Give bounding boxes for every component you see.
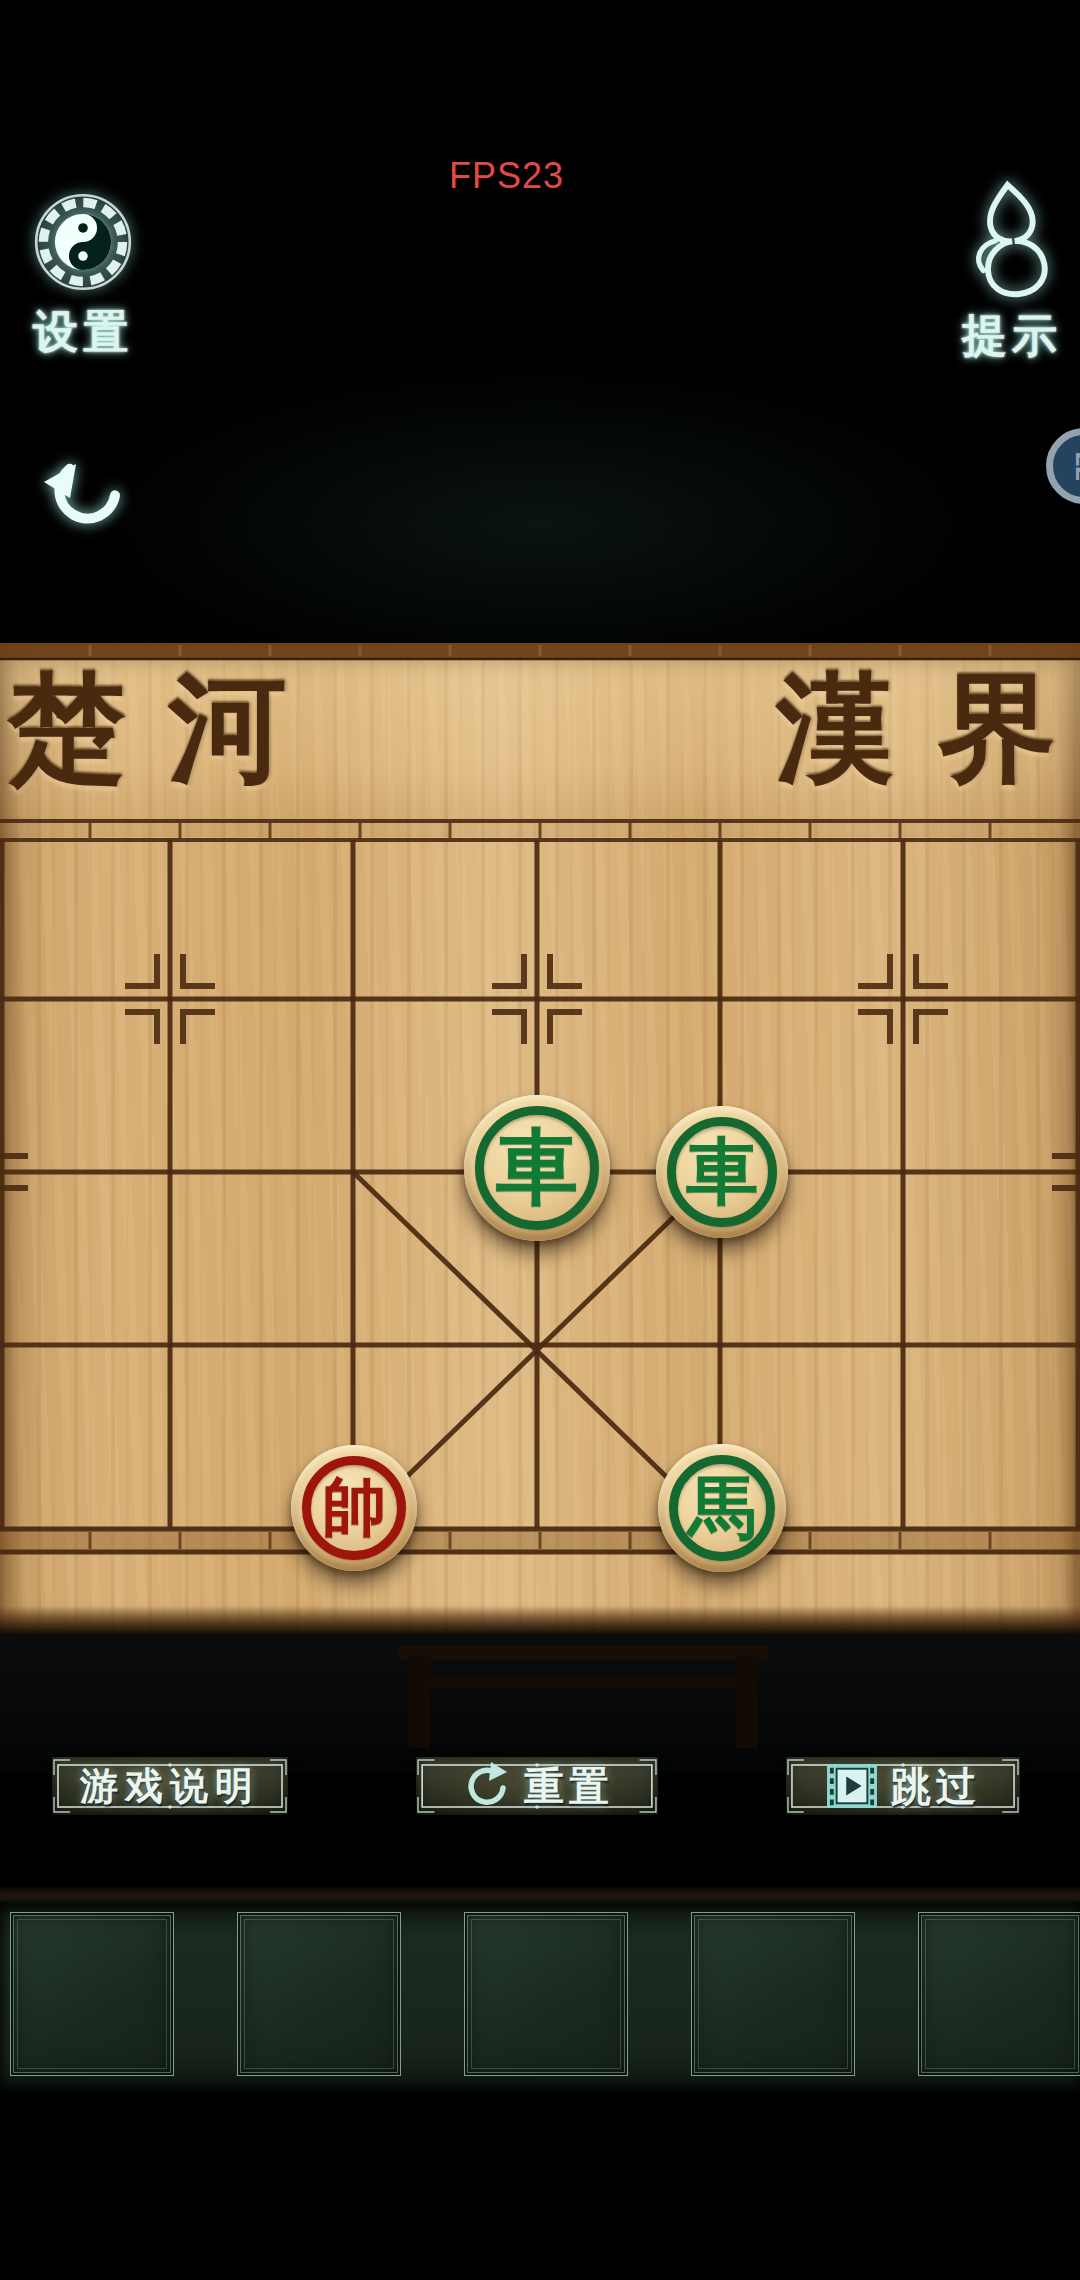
hint-label: 提示 bbox=[962, 306, 1062, 366]
piece-chariot-green-2[interactable]: 車 bbox=[656, 1106, 788, 1238]
inventory-slot[interactable] bbox=[691, 1912, 855, 2076]
table-stand-beam bbox=[398, 1646, 768, 1660]
reset-label: 重置 bbox=[524, 1759, 614, 1814]
hint-button[interactable]: 提示 bbox=[942, 180, 1080, 366]
inventory-slot[interactable] bbox=[918, 1912, 1080, 2076]
piece-chariot-green-1[interactable]: 車 bbox=[464, 1095, 610, 1241]
inventory-tray-edge bbox=[0, 1886, 1080, 1902]
game-help-button[interactable]: 游戏说明 bbox=[52, 1757, 288, 1815]
table-stand-beam-lower bbox=[420, 1676, 750, 1688]
piece-horse-green[interactable]: 馬 bbox=[658, 1444, 786, 1572]
help-label: 游戏说明 bbox=[80, 1761, 260, 1812]
piece-glyph: 車 bbox=[496, 1127, 578, 1209]
skip-film-icon bbox=[825, 1762, 879, 1810]
inventory-slot[interactable] bbox=[464, 1912, 628, 2076]
background-foliage-glow bbox=[0, 350, 1080, 650]
reset-button[interactable]: 重置 bbox=[416, 1757, 658, 1815]
reset-icon bbox=[460, 1760, 512, 1812]
table-stand-leg-left bbox=[408, 1656, 430, 1748]
settings-label: 设置 bbox=[33, 302, 133, 362]
game-screen: FPS23 设置 提示 22 楚 河 漢 bbox=[0, 0, 1080, 2280]
piece-general-red[interactable]: 帥 bbox=[291, 1445, 417, 1571]
inventory-tray bbox=[0, 1902, 1080, 2092]
fps-counter: FPS23 bbox=[449, 155, 564, 197]
bagua-yinyang-icon bbox=[31, 190, 135, 294]
skip-button[interactable]: 跳过 bbox=[786, 1757, 1020, 1815]
gourd-icon bbox=[964, 180, 1060, 298]
undo-button[interactable] bbox=[38, 442, 138, 538]
xiangqi-board: 楚 河 漢 界 車 車 帥 bbox=[0, 643, 1080, 1634]
badge-count: 22 bbox=[1068, 452, 1080, 481]
table-stand-leg-right bbox=[736, 1656, 758, 1748]
inventory-slot[interactable] bbox=[10, 1912, 174, 2076]
piece-glyph: 車 bbox=[686, 1136, 758, 1208]
skip-label: 跳过 bbox=[891, 1759, 981, 1814]
undo-arrow-icon bbox=[38, 442, 138, 538]
settings-button[interactable]: 设置 bbox=[18, 190, 148, 362]
piece-glyph: 馬 bbox=[688, 1474, 756, 1542]
piece-glyph: 帥 bbox=[322, 1476, 386, 1540]
inventory-slot[interactable] bbox=[237, 1912, 401, 2076]
